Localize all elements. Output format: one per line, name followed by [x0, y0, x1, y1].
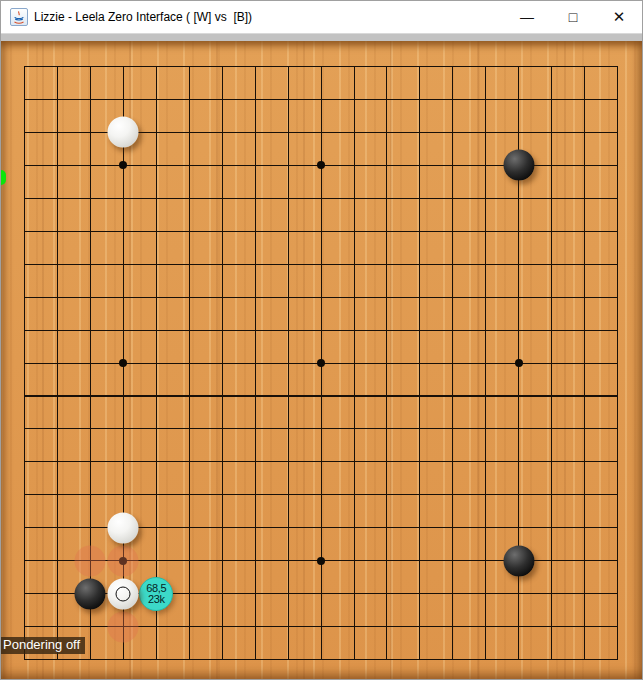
candidate-move-overlay[interactable] [108, 611, 139, 642]
last-move-marker [116, 586, 131, 601]
pondering-status: Pondering off [1, 637, 85, 654]
star-point [317, 557, 325, 565]
candidate-move-overlay[interactable] [75, 545, 106, 576]
go-board[interactable]: 68,5 23k Pondering off [1, 41, 643, 680]
black-stone[interactable] [75, 578, 106, 609]
window-title: Lizzie - Leela Zero Interface ( [W] vs [… [34, 10, 252, 24]
star-point [119, 161, 127, 169]
white-stone[interactable] [108, 512, 139, 543]
best-move-suggestion[interactable]: 68,5 23k [139, 577, 173, 611]
title-bar-lower-strip [1, 33, 642, 41]
best-move-visits: 23k [148, 594, 165, 605]
white-stone[interactable] [108, 578, 139, 609]
star-point [515, 359, 523, 367]
star-point [317, 161, 325, 169]
java-icon-glyph [13, 11, 25, 24]
black-stone[interactable] [503, 545, 534, 576]
star-point [317, 359, 325, 367]
candidate-move-overlay[interactable] [108, 545, 139, 576]
black-stone[interactable] [503, 150, 534, 181]
minimize-button[interactable]: — [504, 1, 550, 33]
star-point [119, 359, 127, 367]
title-bar[interactable]: Lizzie - Leela Zero Interface ( [W] vs [… [1, 1, 642, 33]
java-coffee-cup-icon [10, 8, 28, 26]
white-stone[interactable] [108, 117, 139, 148]
close-button[interactable]: ✕ [596, 1, 642, 33]
app-window: Lizzie - Leela Zero Interface ( [W] vs [… [0, 0, 643, 680]
maximize-button[interactable]: □ [550, 1, 596, 33]
window-controls: — □ ✕ [504, 1, 642, 33]
